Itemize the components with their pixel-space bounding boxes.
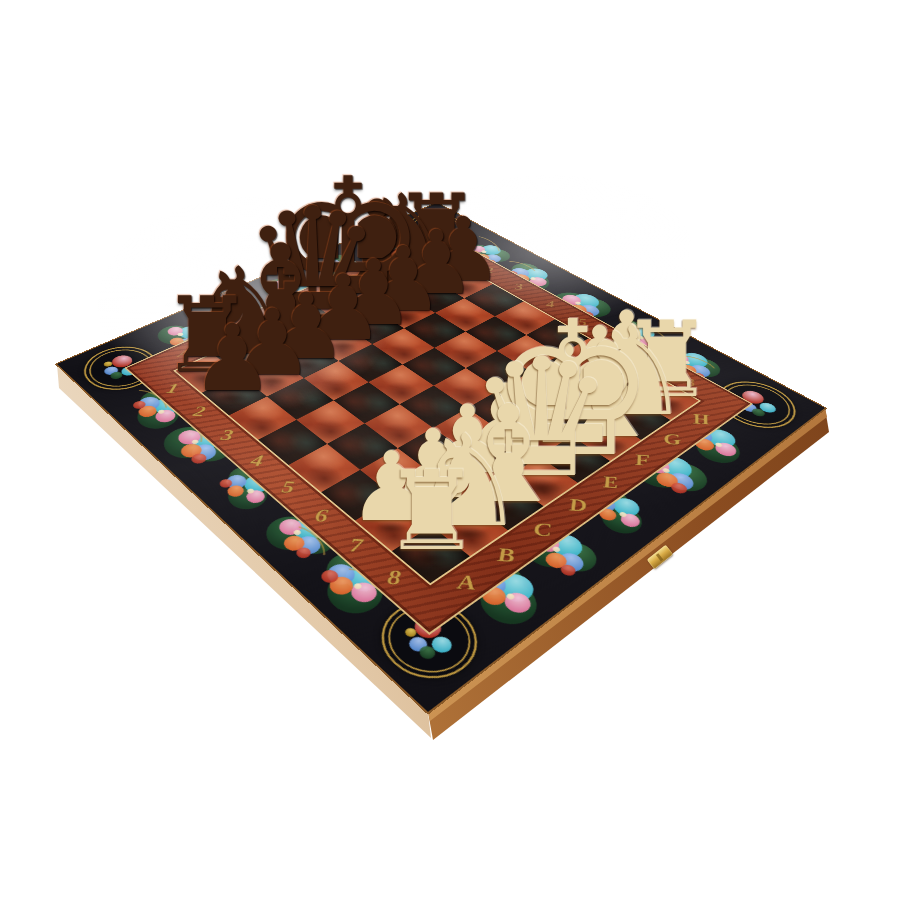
product-photo-stage: 1122334455667788HHGGFFEEDDCCBBAA ♜♞♝♚♛♝♞… — [0, 0, 900, 900]
piece-dark-pawn-h2[interactable]: ♟ — [191, 313, 273, 405]
rook-glyph: ♜ — [382, 457, 481, 567]
piece-light-rook-h8[interactable]: ♜ — [382, 457, 481, 567]
pieces-layer: ♜♞♝♚♛♝♞♜♟♟♟♟♟♟♟♟♟♟♟♟♟♟♟♟♜♞♝♚♛♝♞♜ — [0, 0, 900, 900]
pawn-glyph: ♟ — [191, 313, 273, 405]
